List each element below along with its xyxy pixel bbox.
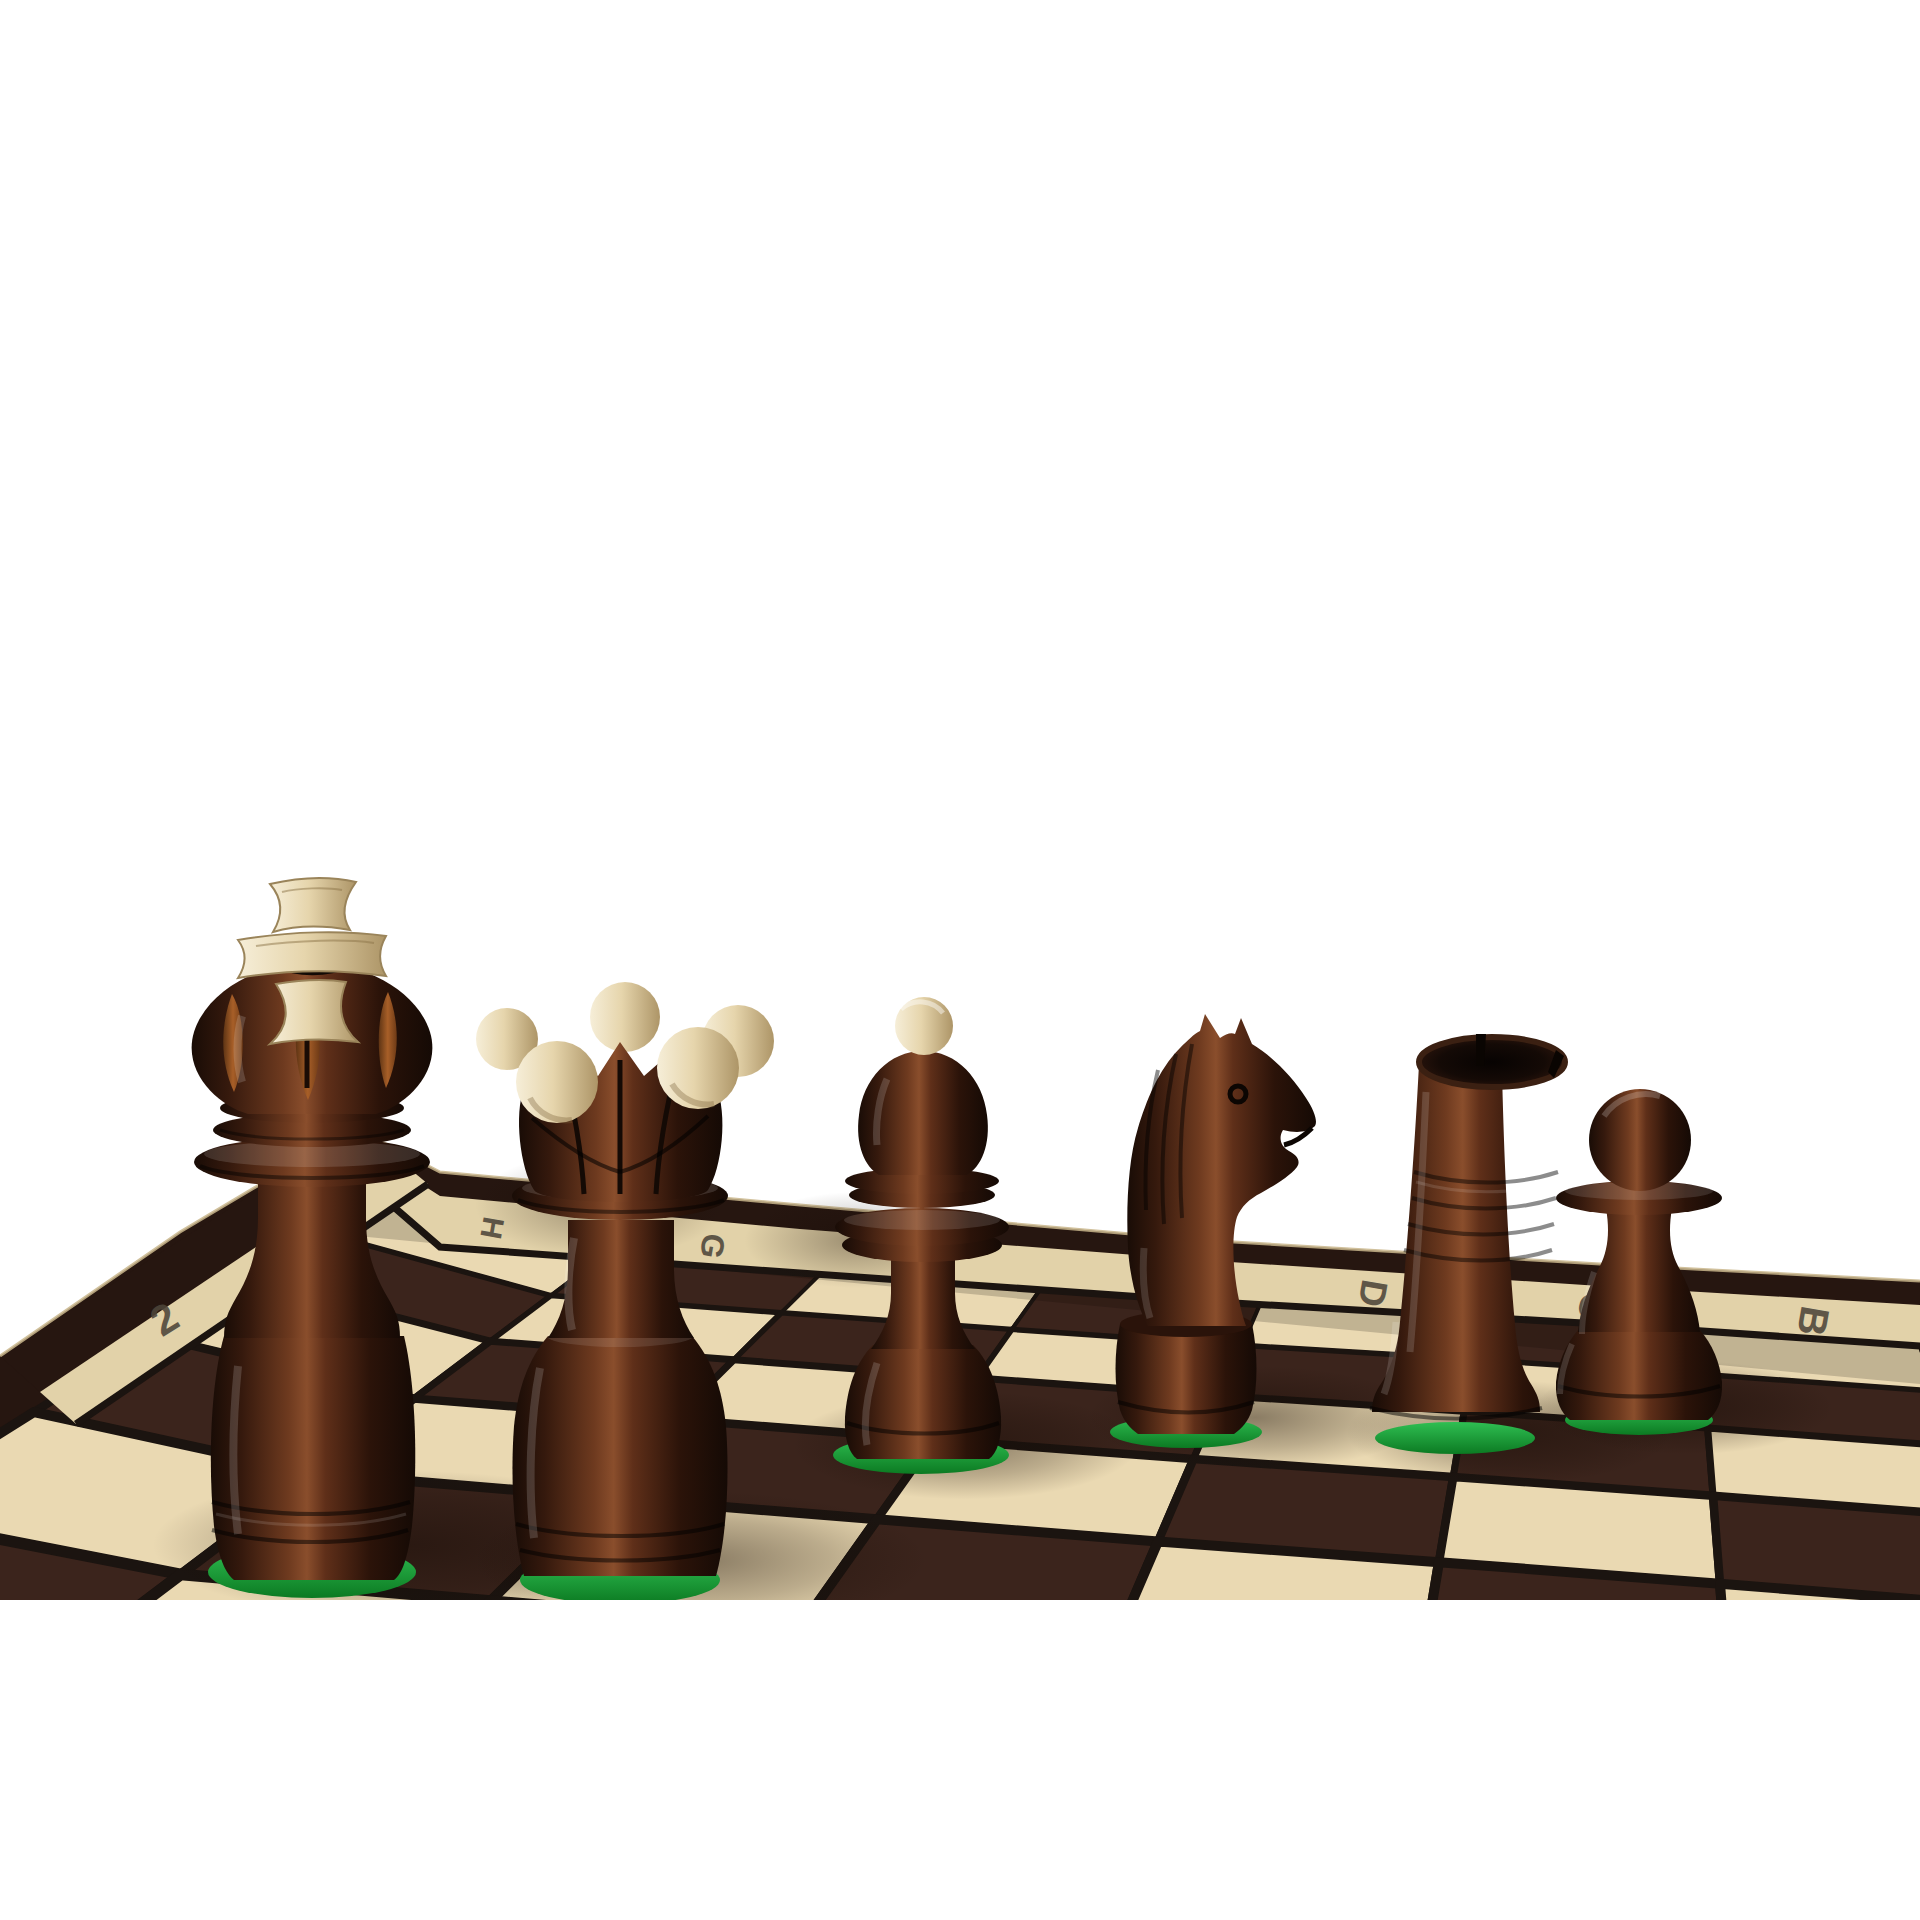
queen-base <box>512 1336 727 1576</box>
pawn-head <box>1589 1089 1691 1191</box>
rook-felt <box>1375 1422 1535 1454</box>
knight-base <box>1116 1324 1257 1434</box>
knight-head <box>1127 1014 1316 1326</box>
bishop-waist <box>871 1251 975 1349</box>
knight-piece: knight <box>1086 1008 1326 1450</box>
king-piece: king <box>178 866 446 1600</box>
queen-ball-front-right <box>657 1027 739 1109</box>
pawn-base <box>1556 1330 1722 1420</box>
queen-piece: queen <box>462 968 778 1600</box>
queen-ball-back-center <box>590 982 660 1052</box>
rook-body <box>1372 1064 1565 1412</box>
pawn-neck <box>1578 1208 1700 1332</box>
bishop-piece: bishop <box>803 993 1029 1475</box>
king-cross <box>270 878 356 932</box>
photo-area: HGFEDCBA2 king queen <box>0 0 1920 1600</box>
king-stem <box>224 1176 400 1338</box>
product-photo: HGFEDCBA2 king queen <box>0 0 1920 1920</box>
queen-ball-front-left <box>516 1041 598 1123</box>
pawn-piece: pawn <box>1538 1082 1740 1438</box>
rook-top <box>1419 1037 1565 1087</box>
